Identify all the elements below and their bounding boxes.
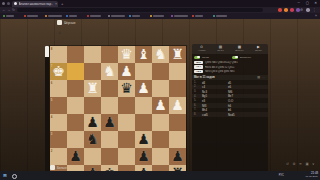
- black-pawn: ♟: [84, 114, 101, 131]
- rank-label: 4: [51, 115, 53, 119]
- square-e3[interactable]: [118, 131, 135, 148]
- move-number: 4.: [194, 95, 196, 98]
- square-b2[interactable]: ♟: [67, 148, 84, 165]
- evaluation-bar-white: [45, 46, 49, 57]
- square-d3[interactable]: [101, 131, 118, 148]
- move-number: 3.: [194, 90, 196, 93]
- square-a7[interactable]: 7♚: [50, 63, 67, 80]
- bookmark-label-bar: [216, 15, 227, 17]
- square-f6[interactable]: ♟: [135, 80, 152, 97]
- bookmark-item[interactable]: [24, 15, 42, 17]
- square-f7[interactable]: [135, 63, 152, 80]
- square-f2[interactable]: ♟: [135, 148, 152, 165]
- page-tool-icon[interactable]: ≡: [299, 162, 302, 166]
- browser-avatar[interactable]: [306, 8, 310, 12]
- panel-tab-отчёт[interactable]: ▤Отчёт: [211, 45, 230, 52]
- bookmark-label-bar: [153, 15, 164, 17]
- square-g7[interactable]: [152, 63, 169, 80]
- bottom-player-name: Белые: [57, 166, 67, 170]
- square-f5[interactable]: [135, 97, 152, 114]
- move-row: 8.cxd5Nxd5: [192, 112, 268, 117]
- bookmark-label-bar: [6, 15, 14, 17]
- panel-tab-label: Дебюты: [230, 49, 249, 52]
- section-icon-report[interactable]: ▤: [257, 75, 260, 79]
- engine-line[interactable]: +8.2Nxf3 Qxc6 Qxf6 gxf6 Ne5: [194, 70, 266, 74]
- bookmark-item[interactable]: [213, 15, 231, 17]
- square-h8[interactable]: ♜: [169, 46, 186, 63]
- square-a6[interactable]: 6: [50, 80, 67, 97]
- minimize-window-icon[interactable]: ─: [298, 1, 300, 5]
- move-number: 6.: [194, 104, 196, 107]
- square-g4[interactable]: [152, 114, 169, 131]
- bookmark-favicon-icon: [192, 15, 194, 17]
- panel-section-header: Мат в 11 ходов ▤ ⋯: [192, 75, 268, 80]
- extension-icon[interactable]: [290, 8, 294, 12]
- black-pawn: ♟: [101, 114, 118, 131]
- square-b4[interactable]: [67, 114, 84, 131]
- white-queen: ♛: [118, 46, 135, 63]
- browser-tab-strip: Анализ шахматных пар… × + ─ ▢ ✕: [0, 0, 320, 7]
- square-a3[interactable]: 3: [50, 131, 67, 148]
- square-f4[interactable]: [135, 114, 152, 131]
- move-number: 7.: [194, 108, 196, 111]
- square-g6[interactable]: [152, 80, 169, 97]
- white-pawn: ♟: [169, 97, 186, 114]
- square-f3[interactable]: ♟: [135, 131, 152, 148]
- windows-taskbar: ⊞ РУС ∧≋◉ 21:48 07.05.2024: [0, 171, 320, 180]
- square-c2[interactable]: [84, 148, 101, 165]
- bookmark-item[interactable]: [87, 15, 105, 17]
- other-bookmarks-chevron-icon[interactable]: »: [315, 14, 317, 18]
- toggle-label: Варианты: [240, 56, 251, 59]
- bookmark-favicon-icon: [3, 15, 5, 17]
- reload-icon[interactable]: ↻: [12, 8, 15, 12]
- screen: Анализ шахматных пар… × + ─ ▢ ✕ ← → ↻ Ан…: [0, 0, 320, 180]
- square-g8[interactable]: ♞: [152, 46, 169, 63]
- page-tool-icon[interactable]: ↺: [286, 162, 289, 166]
- bookmark-favicon-icon: [24, 15, 26, 17]
- bookmark-favicon-icon: [129, 15, 131, 17]
- square-h7[interactable]: [169, 63, 186, 80]
- browser-menu-icon[interactable]: ⋮: [313, 8, 316, 12]
- square-b7[interactable]: [67, 63, 84, 80]
- square-h2[interactable]: ♟: [169, 148, 186, 165]
- top-player-avatar: ♟: [57, 20, 62, 25]
- toggle-on[interactable]: [194, 56, 200, 59]
- panel-tab-играть[interactable]: ▶Играть: [249, 45, 268, 52]
- black-knight: ♞: [84, 131, 101, 148]
- bookmark-item[interactable]: [171, 15, 189, 17]
- panel-tab-label: Отчёт: [211, 49, 230, 52]
- rank-label: 8: [51, 47, 53, 51]
- close-window-icon[interactable]: ✕: [314, 1, 317, 5]
- new-tab-button[interactable]: +: [61, 1, 63, 6]
- square-h4[interactable]: [169, 114, 186, 131]
- square-d2[interactable]: [101, 148, 118, 165]
- square-d4[interactable]: ♟: [101, 114, 118, 131]
- bookmark-label-bar: [69, 15, 77, 17]
- square-d8[interactable]: [101, 46, 118, 63]
- extension-icon[interactable]: [278, 8, 282, 12]
- extension-icon[interactable]: [296, 8, 300, 12]
- white-bishop: ♝: [135, 46, 152, 63]
- address-bar[interactable]: Анализ шахматных партий и разбор ИИ - Ch…: [17, 8, 263, 12]
- square-e4[interactable]: [118, 114, 135, 131]
- square-g2[interactable]: [152, 148, 169, 165]
- bookmark-label-bar: [174, 15, 188, 17]
- clock-date: 07.05.2024: [305, 175, 318, 178]
- bookmark-favicon-icon: [171, 15, 173, 17]
- rank-label: 5: [51, 98, 53, 102]
- white-pawn: ♟: [135, 80, 152, 97]
- browser-profile-icon[interactable]: [2, 2, 5, 5]
- bookmark-label-bar: [132, 15, 140, 17]
- square-h5[interactable]: ♟: [169, 97, 186, 114]
- bookmark-item[interactable]: [45, 15, 63, 17]
- chess-board: 8♛♝♞♜7♚♞♟6♜♛♟5♟♟4♟♟3♞♟2♟♟♟1abc♝d♚ef♝gh♜: [50, 46, 186, 180]
- square-a2[interactable]: 2: [50, 148, 67, 165]
- rank-label: 3: [51, 132, 53, 136]
- toggle-label: Линии: [202, 56, 209, 59]
- chess-page: ♟ Чёрные 8♛♝♞♜7♚♞♟6♜♛♟5♟♟4♟♟3♞♟2♟♟♟1abc♝…: [0, 19, 320, 171]
- panel-tab-label: Играть: [249, 49, 268, 52]
- page-tool-icon[interactable]: ▣: [306, 162, 309, 166]
- bookmark-item[interactable]: [192, 15, 210, 17]
- square-e5[interactable]: [118, 97, 135, 114]
- bookmark-item[interactable]: [3, 15, 21, 17]
- engine-line-moves: Nxf3 Qxc6 Qxf6 gxf6 Ne5: [205, 70, 265, 73]
- bookmark-favicon-icon: [213, 15, 215, 17]
- extension-icon[interactable]: [284, 8, 288, 12]
- square-c5[interactable]: [84, 97, 101, 114]
- square-c7[interactable]: [84, 63, 101, 80]
- black-move[interactable]: Nxd5: [228, 113, 235, 117]
- bookmark-favicon-icon: [66, 15, 68, 17]
- square-h6[interactable]: [169, 80, 186, 97]
- white-rook: ♜: [169, 46, 186, 63]
- panel-tab-label: Анализ: [192, 49, 211, 52]
- square-a4[interactable]: 4: [50, 114, 67, 131]
- square-b5[interactable]: [67, 97, 84, 114]
- taskbar-clock: 21:48 07.05.2024: [305, 172, 318, 178]
- square-c4[interactable]: ♟: [84, 114, 101, 131]
- section-header-text: Мат в 11 ходов: [194, 75, 215, 79]
- white-pawn: ♟: [118, 63, 135, 80]
- black-pawn: ♟: [67, 148, 84, 165]
- site-favicon-icon: [14, 2, 17, 5]
- move-number: 5.: [194, 99, 196, 102]
- bookmark-favicon-icon: [45, 15, 47, 17]
- square-g3[interactable]: [152, 131, 169, 148]
- toggle-on[interactable]: [232, 56, 238, 59]
- analysis-panel: ⊙Анализ▤Отчёт▦Дебюты▶Играть ЛинииВариант…: [192, 44, 268, 180]
- tab-title: Анализ шахматных пар…: [19, 2, 53, 6]
- eval-badge: M11: [194, 61, 203, 64]
- bookmark-favicon-icon: [108, 15, 110, 17]
- square-e2[interactable]: [118, 148, 135, 165]
- forward-icon[interactable]: →: [7, 8, 11, 12]
- square-b6[interactable]: [67, 80, 84, 97]
- square-e7[interactable]: ♟: [118, 63, 135, 80]
- bookmark-item[interactable]: [150, 15, 168, 17]
- top-player-name: Чёрные: [64, 21, 76, 25]
- white-king: ♚: [50, 63, 67, 80]
- page-tool-icon[interactable]: ⚙: [293, 162, 296, 166]
- square-f8[interactable]: ♝: [135, 46, 152, 63]
- bookmark-item[interactable]: [108, 15, 126, 17]
- white-pawn: ♟: [152, 97, 169, 114]
- back-icon[interactable]: ←: [2, 8, 6, 12]
- panel-toggles: ЛинииВарианты: [192, 54, 268, 60]
- page-tool-icon[interactable]: ∨: [312, 162, 314, 166]
- bookmark-label-bar: [195, 15, 203, 17]
- move-number: 2.: [194, 85, 196, 88]
- bookmark-item[interactable]: [129, 15, 147, 17]
- panel-tab-анализ[interactable]: ⊙Анализ: [192, 45, 211, 52]
- start-button-icon[interactable]: ⊞: [3, 173, 7, 178]
- panel-tabs: ⊙Анализ▤Отчёт▦Дебюты▶Играть: [192, 44, 268, 54]
- bookmark-label-bar: [48, 15, 62, 17]
- rank-label: 2: [51, 149, 53, 153]
- black-pawn: ♟: [169, 148, 186, 165]
- close-tab-icon[interactable]: ×: [55, 2, 57, 6]
- bookmark-label-bar: [111, 15, 125, 17]
- engine-line-moves: Qxe6 Nd5 Qxd5 b1=Q Qxb1: [205, 61, 265, 64]
- taskbar-search-icon[interactable]: [12, 174, 17, 179]
- white-rook: ♜: [84, 80, 101, 97]
- bottom-player-avatar: ♟: [50, 165, 55, 170]
- language-indicator[interactable]: РУС: [279, 174, 284, 177]
- eval-badge: +8.2: [194, 70, 203, 73]
- white-knight: ♞: [152, 46, 169, 63]
- section-icon-more[interactable]: ⋯: [262, 75, 265, 79]
- extensions-puzzle-icon[interactable]: ⚙: [300, 8, 303, 12]
- black-pawn: ♟: [135, 148, 152, 165]
- maximize-window-icon[interactable]: ▢: [306, 1, 309, 5]
- white-knight: ♞: [101, 63, 118, 80]
- eval-badge: +9.4: [194, 65, 203, 68]
- evaluation-bar: [45, 46, 49, 180]
- bookmark-item[interactable]: [66, 15, 84, 17]
- engine-line-moves: Rxc6 dxc3 Qxe6 c2 Qe2+: [205, 66, 265, 69]
- square-c3[interactable]: ♞: [84, 131, 101, 148]
- bookmark-favicon-icon: [150, 15, 152, 17]
- square-g5[interactable]: ♟: [152, 97, 169, 114]
- bookmark-label-bar: [27, 15, 38, 17]
- square-a5[interactable]: 5: [50, 97, 67, 114]
- square-c8[interactable]: [84, 46, 101, 63]
- bookmark-favicon-icon: [87, 15, 89, 17]
- black-queen: ♛: [118, 80, 135, 97]
- square-h3[interactable]: [169, 131, 186, 148]
- tab-search-icon[interactable]: [7, 2, 10, 5]
- square-b8[interactable]: [67, 46, 84, 63]
- square-a8[interactable]: 8: [50, 46, 67, 63]
- square-e8[interactable]: ♛: [118, 46, 135, 63]
- white-move[interactable]: cxd5: [202, 113, 208, 117]
- rank-label: 6: [51, 81, 53, 85]
- square-e6[interactable]: ♛: [118, 80, 135, 97]
- square-b3[interactable]: [67, 131, 84, 148]
- move-number: 1.: [194, 81, 196, 84]
- square-d6[interactable]: [101, 80, 118, 97]
- black-pawn: ♟: [135, 131, 152, 148]
- square-c6[interactable]: ♜: [84, 80, 101, 97]
- square-d5[interactable]: [101, 97, 118, 114]
- move-number: 8.: [194, 113, 196, 116]
- square-d7[interactable]: ♞: [101, 63, 118, 80]
- panel-tab-дебюты[interactable]: ▦Дебюты: [230, 45, 249, 52]
- bookmark-label-bar: [90, 15, 101, 17]
